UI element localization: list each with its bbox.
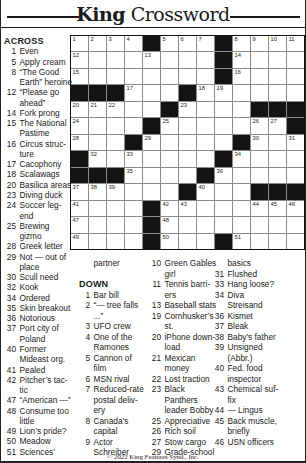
clue-line: 29Grade-school	[147, 447, 225, 458]
clue-text: gizmo	[20, 231, 42, 241]
white-square[interactable]: 21	[89, 102, 106, 117]
clue-text: st.	[165, 321, 174, 331]
black-square	[251, 184, 268, 199]
clue-number: 34	[4, 293, 16, 303]
white-square[interactable]	[107, 135, 124, 150]
white-square[interactable]	[161, 85, 178, 100]
clue-text: Fork prong	[20, 108, 60, 118]
clue-number: 25	[4, 221, 16, 231]
clue-number: 16	[4, 139, 16, 149]
black-square	[197, 168, 214, 183]
clue-text: Back muscle,	[228, 416, 277, 426]
clue-line: 36Kismet	[210, 311, 306, 322]
white-square[interactable]: 46	[287, 201, 304, 216]
cell-number: 32	[91, 151, 97, 158]
white-square[interactable]	[233, 102, 250, 117]
white-square[interactable]	[233, 118, 250, 133]
white-square[interactable]	[89, 201, 106, 216]
clue-text: ers	[165, 290, 177, 300]
clue-number: 20	[4, 180, 16, 190]
white-square[interactable]	[179, 69, 196, 84]
black-square	[233, 135, 250, 150]
white-square[interactable]	[161, 69, 178, 84]
white-square[interactable]	[197, 102, 214, 117]
white-square[interactable]	[107, 52, 124, 67]
white-square[interactable]: 29	[143, 135, 160, 150]
white-square[interactable]	[125, 69, 142, 84]
white-square[interactable]	[143, 168, 160, 183]
white-square[interactable]	[287, 85, 304, 100]
clue-text: Diving duck	[20, 190, 63, 200]
clue-text: Pastime	[20, 128, 50, 138]
clue-text: Flushed	[228, 269, 258, 279]
down-header: DOWN	[79, 279, 147, 290]
white-square[interactable]: 48	[161, 217, 178, 232]
clue-line: 30Scull need	[4, 272, 77, 282]
clue-text: Consume too	[20, 406, 69, 416]
cell-number: 5	[163, 36, 166, 43]
white-square[interactable]: 45	[269, 201, 286, 216]
clue-line: 50Meadow	[4, 436, 77, 446]
white-square[interactable]: 8	[233, 36, 250, 51]
white-square[interactable]: 19	[215, 85, 232, 100]
clue-number: 13	[147, 300, 161, 310]
clue-text: Not — out of	[20, 252, 67, 262]
white-square[interactable]: 39	[107, 184, 124, 199]
clue-line: 2“— tree falls	[77, 300, 147, 311]
white-square[interactable]	[143, 184, 160, 199]
clue-number: 50	[4, 436, 16, 446]
white-square[interactable]	[89, 234, 106, 249]
clue-line: gizmo	[4, 231, 77, 241]
across-header: ACROSS	[4, 36, 77, 46]
white-square[interactable]	[197, 118, 214, 133]
clue-text: film	[94, 363, 107, 373]
white-square[interactable]	[89, 69, 106, 84]
clue-continuation-line: partner	[77, 258, 147, 269]
cell-number: 30	[253, 135, 259, 142]
white-square[interactable]	[233, 184, 250, 199]
white-square[interactable]	[287, 217, 304, 232]
cell-number: 2	[91, 36, 94, 43]
clue-continuation-line: basics	[210, 258, 306, 269]
clue-line: 34Diva	[210, 290, 306, 301]
clue-line: Streisand	[210, 300, 306, 311]
clue-number: 43	[210, 384, 224, 394]
black-square	[215, 151, 232, 166]
clue-line: 46USN officers	[210, 437, 306, 448]
white-square[interactable]: 50	[161, 234, 178, 249]
white-square[interactable]: 22	[107, 102, 124, 117]
clue-text: Black	[165, 384, 185, 394]
clue-line: 6MSN rival	[77, 374, 147, 385]
white-square[interactable]	[251, 52, 268, 67]
clue-text: Apply cream	[20, 57, 66, 67]
clue-number: 45	[210, 416, 224, 426]
clue-line: ahead”	[4, 98, 77, 108]
clue-text: Bleak	[228, 321, 249, 331]
clue-number: 33	[210, 279, 224, 289]
clue-text: ...”	[94, 311, 104, 321]
clue-number: 25	[147, 416, 161, 426]
white-square[interactable]: 42	[161, 201, 178, 216]
clue-text: girl	[165, 269, 176, 279]
white-square[interactable]: 35	[125, 168, 142, 183]
clue-number: 42	[4, 375, 16, 385]
clue-text: Cannon of	[94, 353, 132, 363]
white-square[interactable]	[233, 217, 250, 232]
clue-text: inspector	[228, 374, 262, 384]
clue-line: 18Scalawags	[4, 169, 77, 179]
clue-text: Canada’s	[94, 416, 129, 426]
clue-number: 32	[4, 282, 16, 292]
white-square[interactable]	[215, 102, 232, 117]
white-square[interactable]	[215, 118, 232, 133]
clue-line: 45Back muscle,	[210, 416, 306, 427]
clue-line: 44— Lingus	[210, 405, 306, 416]
clue-text: Mexican	[165, 353, 196, 363]
white-square[interactable]	[251, 85, 268, 100]
white-square[interactable]	[179, 151, 196, 166]
white-square[interactable]	[107, 234, 124, 249]
white-square[interactable]	[287, 52, 304, 67]
white-square[interactable]: 14	[233, 52, 250, 67]
white-square[interactable]	[179, 234, 196, 249]
clue-number: 21	[147, 353, 161, 363]
white-square[interactable]	[89, 52, 106, 67]
black-square	[179, 184, 196, 199]
clue-text: Stow cargo	[165, 437, 207, 447]
white-square[interactable]: 36	[215, 168, 232, 183]
black-square	[107, 168, 124, 183]
white-square[interactable]	[143, 69, 160, 84]
cell-number: 38	[91, 184, 97, 191]
clue-number: 35	[4, 303, 16, 313]
clue-text: Even	[20, 46, 39, 56]
clue-line: 29Not — out of	[4, 252, 77, 262]
clue-line: fix	[210, 395, 306, 406]
crossword-grid: 1234567891011121314151617181920212223242…	[70, 35, 305, 250]
white-square[interactable]	[197, 135, 214, 150]
white-square[interactable]	[287, 69, 304, 84]
cell-number: 26	[253, 118, 259, 125]
cell-number: 13	[145, 52, 151, 59]
white-square[interactable]: 30	[251, 135, 268, 150]
black-square	[215, 52, 232, 67]
cell-number: 19	[217, 85, 223, 92]
cell-number: 8	[235, 36, 238, 43]
clue-line: 28Greek letter	[4, 241, 77, 251]
cell-number: 51	[235, 234, 241, 241]
black-square	[179, 85, 196, 100]
clue-text: (Abbr.)	[228, 353, 253, 363]
white-square[interactable]	[215, 201, 232, 216]
clue-line: little	[4, 416, 77, 426]
clue-text: Kook	[20, 282, 39, 292]
white-square[interactable]	[269, 234, 286, 249]
clue-text: place	[20, 262, 40, 272]
cell-number: 25	[163, 118, 169, 125]
clue-text: Circus struc-	[20, 139, 67, 149]
clue-number: 36	[210, 311, 224, 321]
clue-text: Kismet	[228, 311, 253, 321]
clue-text: Reduced-rate	[94, 384, 144, 394]
clue-text: Meadow	[20, 436, 51, 446]
white-square[interactable]	[251, 234, 268, 249]
black-square	[143, 234, 160, 249]
clue-number: 8	[4, 67, 16, 77]
clue-line: 20Basilica areas	[4, 180, 77, 190]
black-square	[269, 184, 286, 199]
white-square[interactable]	[161, 52, 178, 67]
cell-number: 22	[109, 102, 115, 109]
clue-line: 35Skin breakout	[4, 303, 77, 313]
white-square[interactable]	[125, 118, 142, 133]
white-square[interactable]	[233, 168, 250, 183]
white-square[interactable]	[179, 52, 196, 67]
white-square[interactable]	[269, 85, 286, 100]
white-square[interactable]: 33	[125, 151, 142, 166]
white-square[interactable]: 26	[251, 118, 268, 133]
white-square[interactable]	[251, 168, 268, 183]
white-square[interactable]	[269, 69, 286, 84]
clue-line: 16Circus struc-	[4, 139, 77, 149]
clue-text: ahead”	[20, 98, 46, 108]
clue-number: 3	[77, 321, 90, 331]
white-square[interactable]: 7	[197, 36, 214, 51]
black-square	[215, 36, 232, 51]
white-square[interactable]	[125, 234, 142, 249]
clue-text: The National	[20, 118, 67, 128]
clue-number: 38	[210, 332, 224, 342]
white-square[interactable]	[215, 135, 232, 150]
clue-line: 40Fed. food	[210, 363, 306, 374]
white-square[interactable]	[161, 151, 178, 166]
clue-text: Bar bill	[94, 290, 119, 300]
clue-text: Cornhusker’s	[165, 311, 214, 321]
white-square[interactable]: 5	[161, 36, 178, 51]
cell-number: 39	[109, 184, 115, 191]
black-square	[143, 201, 160, 216]
white-square[interactable]: 43	[179, 201, 196, 216]
clue-number: 40	[4, 344, 16, 354]
clue-text: Lost traction	[165, 374, 210, 384]
black-square	[287, 118, 304, 133]
clue-text: Ordered	[20, 293, 50, 303]
clue-line: place	[4, 262, 77, 272]
cell-number: 31	[289, 135, 295, 142]
clue-text: “American —”	[20, 395, 71, 405]
clue-number: 19	[147, 311, 161, 321]
cell-number: 23	[181, 102, 187, 109]
puzzle-title: King Crossword	[1, 2, 305, 28]
white-square[interactable]	[287, 151, 304, 166]
white-square[interactable]	[233, 201, 250, 216]
white-square[interactable]: 31	[287, 135, 304, 150]
white-square[interactable]	[89, 135, 106, 150]
white-square[interactable]	[161, 168, 178, 183]
cell-number: 46	[289, 201, 295, 208]
white-square[interactable]	[251, 151, 268, 166]
clue-line: 5Cannon of	[77, 353, 147, 364]
clue-line: 7Reduced-rate	[77, 384, 147, 395]
white-square[interactable]: 2	[89, 36, 106, 51]
white-square[interactable]	[107, 151, 124, 166]
clue-number: 4	[77, 332, 90, 342]
white-square[interactable]	[269, 151, 286, 166]
white-square[interactable]	[125, 217, 142, 232]
white-square[interactable]	[143, 85, 160, 100]
clue-text: Grade-school	[165, 447, 215, 457]
clue-text: little	[20, 416, 35, 426]
white-square[interactable]	[179, 118, 196, 133]
white-square[interactable]	[161, 184, 178, 199]
clue-text: money	[165, 363, 190, 373]
white-square[interactable]	[197, 234, 214, 249]
white-square[interactable]	[161, 135, 178, 150]
white-square[interactable]	[89, 217, 106, 232]
white-square[interactable]: 44	[251, 201, 268, 216]
white-square[interactable]	[89, 118, 106, 133]
white-square[interactable]: 51	[233, 234, 250, 249]
white-square[interactable]	[233, 85, 250, 100]
clue-line: Earth” heroine	[4, 77, 77, 87]
masthead-rule-left	[7, 16, 79, 18]
white-square[interactable]	[107, 118, 124, 133]
white-square[interactable]	[269, 217, 286, 232]
white-square[interactable]	[107, 201, 124, 216]
cell-number: 40	[199, 184, 205, 191]
black-square	[287, 102, 304, 117]
clue-number: 9	[77, 437, 90, 447]
black-square	[89, 168, 106, 183]
clue-line: 14Fork prong	[4, 108, 77, 118]
white-square[interactable]	[125, 201, 142, 216]
white-square[interactable]	[107, 217, 124, 232]
white-square[interactable]	[251, 217, 268, 232]
white-square[interactable]: 38	[89, 184, 106, 199]
white-square[interactable]: 11	[287, 36, 304, 51]
clue-text: Diva	[228, 290, 245, 300]
clue-text: Schreiber	[94, 447, 130, 457]
white-square[interactable]	[287, 234, 304, 249]
header-divider-rule	[1, 27, 305, 28]
white-square[interactable]	[251, 69, 268, 84]
white-square[interactable]: 3	[107, 36, 124, 51]
clue-text: ery	[94, 405, 106, 415]
white-square[interactable]	[287, 168, 304, 183]
clue-text: Mideast org.	[20, 354, 66, 364]
clue-line: 34Ordered	[4, 293, 77, 303]
white-square[interactable]: 27	[269, 118, 286, 133]
cell-number: 9	[253, 36, 256, 43]
clue-text: Lion’s pride?	[20, 426, 67, 436]
clue-text: iPhone down-	[165, 332, 216, 342]
white-square[interactable]	[179, 168, 196, 183]
white-square[interactable]	[269, 135, 286, 150]
clue-number: 12	[4, 87, 16, 97]
clue-number: 37	[210, 321, 224, 331]
clue-number: 29	[4, 252, 16, 262]
clue-line: ery	[77, 405, 147, 416]
clue-line: (Abbr.)	[210, 353, 306, 364]
clue-number: 23	[4, 190, 16, 200]
white-square[interactable]: 9	[251, 36, 268, 51]
white-square[interactable]: 25	[161, 118, 178, 133]
clue-text: postal deliv-	[94, 395, 138, 405]
white-square[interactable]: 10	[269, 36, 286, 51]
clue-text: Port city of	[20, 323, 59, 333]
white-square[interactable]	[143, 102, 160, 117]
clue-number: 2	[77, 300, 90, 310]
white-square[interactable]	[269, 168, 286, 183]
white-square[interactable]: 34	[233, 151, 250, 166]
white-square[interactable]	[197, 69, 214, 84]
clue-number: 24	[4, 200, 16, 210]
white-square[interactable]	[125, 184, 142, 199]
white-square[interactable]	[197, 151, 214, 166]
clue-text: Pitcher’s tac-	[20, 375, 68, 385]
white-square[interactable]	[197, 217, 214, 232]
clue-number: 46	[210, 437, 224, 447]
clue-number: 8	[77, 416, 90, 426]
clue-number: 41	[4, 365, 16, 375]
white-square[interactable]: 6	[179, 36, 196, 51]
white-square[interactable]	[107, 69, 124, 84]
clue-text: Tennis barri-	[165, 279, 211, 289]
black-square	[107, 85, 124, 100]
white-square[interactable]	[143, 151, 160, 166]
clue-line: 37Bleak	[210, 321, 306, 332]
white-square[interactable]: 17	[125, 85, 142, 100]
clue-line: 1Even	[4, 46, 77, 56]
white-square[interactable]: 16	[233, 69, 250, 84]
clue-line: 38Baby’s father	[210, 332, 306, 343]
black-square	[215, 234, 232, 249]
clue-line: 31Flushed	[210, 269, 306, 280]
white-square[interactable]	[179, 217, 196, 232]
white-square[interactable]: 32	[89, 151, 106, 166]
white-square[interactable]: 4	[125, 36, 142, 51]
clue-number: 7	[77, 384, 90, 394]
white-square[interactable]	[125, 102, 142, 117]
white-square[interactable]: 18	[197, 85, 214, 100]
white-square[interactable]	[179, 135, 196, 150]
cell-number: 14	[235, 52, 241, 59]
clue-line: 17Cacophony	[4, 159, 77, 169]
clue-number: 14	[4, 108, 16, 118]
white-square[interactable]	[269, 52, 286, 67]
clue-number: 22	[147, 374, 161, 384]
white-square[interactable]: 13	[143, 52, 160, 67]
white-square[interactable]	[197, 52, 214, 67]
clue-number: 10	[147, 258, 161, 268]
clue-line: briefly	[210, 426, 306, 437]
white-square[interactable]	[215, 184, 232, 199]
white-square[interactable]	[215, 217, 232, 232]
column-spacer	[77, 269, 147, 280]
clue-number: 34	[210, 290, 224, 300]
white-square[interactable]	[197, 201, 214, 216]
white-square[interactable]: 23	[179, 102, 196, 117]
clue-number: 23	[147, 384, 161, 394]
cell-number: 36	[217, 168, 223, 175]
cell-number: 29	[145, 135, 151, 142]
white-square[interactable]	[125, 52, 142, 67]
cell-number: 35	[127, 168, 133, 175]
white-square[interactable]: 40	[197, 184, 214, 199]
clue-text: Sciences’	[20, 447, 56, 457]
